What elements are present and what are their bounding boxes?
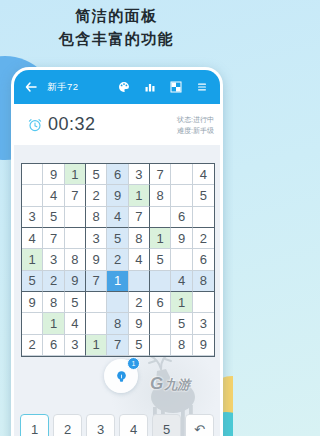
sudoku-cell-r5c3[interactable]: 8 (65, 249, 86, 270)
timer-bar: 00:32 状态:进行中 难度:新手级 (14, 104, 220, 145)
sudoku-cell-r3c5[interactable]: 4 (107, 207, 128, 228)
sudoku-cell-r3c9[interactable] (193, 207, 214, 228)
sudoku-cell-r6c9[interactable]: 8 (193, 271, 214, 292)
page-title: 简洁的面板 包含丰富的功能 (0, 4, 233, 50)
numpad-key-2[interactable]: 2 (53, 414, 82, 436)
sudoku-cell-r3c3[interactable] (65, 207, 86, 228)
numpad-key-1[interactable]: 1 (20, 414, 49, 436)
sudoku-cell-r3c1[interactable]: 3 (22, 207, 43, 228)
sudoku-cell-r9c1[interactable]: 2 (22, 335, 43, 356)
sudoku-cell-r8c5[interactable]: 8 (107, 313, 128, 334)
number-pad: 12345↶ (20, 414, 214, 436)
hint-button[interactable]: 1 (104, 359, 138, 393)
numpad-key-4[interactable]: 4 (119, 414, 148, 436)
phone-mockup: 新手72 00:32 (11, 67, 223, 436)
sudoku-cell-r2c5[interactable]: 9 (107, 185, 128, 206)
sudoku-cell-r1c2[interactable]: 9 (43, 164, 64, 185)
sudoku-cell-r4c5[interactable]: 5 (107, 228, 128, 249)
numpad-key-3[interactable]: 3 (86, 414, 115, 436)
sudoku-cell-r2c8[interactable] (171, 185, 192, 206)
sudoku-cell-r4c4[interactable]: 3 (86, 228, 107, 249)
lightbulb-icon (114, 369, 129, 384)
watermark-logo-mark: G (150, 374, 163, 393)
sudoku-cell-r8c1[interactable] (22, 313, 43, 334)
sudoku-cell-r7c2[interactable]: 8 (43, 292, 64, 313)
app-bar: 新手72 (14, 70, 220, 104)
sudoku-cell-r2c7[interactable]: 8 (150, 185, 171, 206)
sudoku-cell-r6c6[interactable] (129, 271, 150, 292)
app-screen: 新手72 00:32 (14, 70, 220, 436)
hint-count-badge: 1 (127, 357, 140, 370)
sudoku-cell-r6c1[interactable]: 5 (22, 271, 43, 292)
sudoku-cell-r5c7[interactable]: 5 (150, 249, 171, 270)
sudoku-cell-r8c9[interactable]: 3 (193, 313, 214, 334)
sudoku-cell-r6c2[interactable]: 2 (43, 271, 64, 292)
sudoku-cell-r9c2[interactable]: 6 (43, 335, 64, 356)
sudoku-cell-r7c5[interactable] (107, 292, 128, 313)
sudoku-cell-r7c7[interactable]: 6 (150, 292, 171, 313)
sudoku-cell-r7c8[interactable]: 1 (171, 292, 192, 313)
sudoku-cell-r9c6[interactable]: 5 (129, 335, 150, 356)
sudoku-cell-r5c4[interactable]: 9 (86, 249, 107, 270)
sudoku-cell-r4c8[interactable]: 9 (171, 228, 192, 249)
sudoku-cell-r7c6[interactable]: 2 (129, 292, 150, 313)
sudoku-cell-r6c8[interactable]: 4 (171, 271, 192, 292)
sudoku-cell-r5c2[interactable]: 3 (43, 249, 64, 270)
sudoku-cell-r3c6[interactable]: 7 (129, 207, 150, 228)
timer-value: 00:32 (48, 114, 96, 135)
sudoku-cell-r2c1[interactable] (22, 185, 43, 206)
back-arrow-icon[interactable] (24, 80, 38, 94)
sudoku-cell-r3c8[interactable]: 6 (171, 207, 192, 228)
stats-icon[interactable] (144, 81, 156, 93)
sudoku-cell-r2c4[interactable]: 2 (86, 185, 107, 206)
sudoku-cell-r5c8[interactable] (171, 249, 192, 270)
sudoku-cell-r3c7[interactable] (150, 207, 171, 228)
sudoku-cell-r9c7[interactable] (150, 335, 171, 356)
game-status-block: 状态:进行中 难度:新手级 (177, 114, 214, 136)
sudoku-cell-r1c5[interactable]: 6 (107, 164, 128, 185)
sudoku-cell-r6c3[interactable]: 9 (65, 271, 86, 292)
sudoku-cell-r8c2[interactable]: 1 (43, 313, 64, 334)
sudoku-cell-r4c9[interactable]: 2 (193, 228, 214, 249)
sudoku-cell-r8c3[interactable]: 4 (65, 313, 86, 334)
sudoku-cell-r8c7[interactable] (150, 313, 171, 334)
sudoku-cell-r7c9[interactable] (193, 292, 214, 313)
sudoku-cell-r5c5[interactable]: 2 (107, 249, 128, 270)
level-title: 新手72 (47, 81, 79, 94)
sudoku-cell-r4c6[interactable]: 8 (129, 228, 150, 249)
sudoku-cell-r5c9[interactable]: 6 (193, 249, 214, 270)
game-area: G九游 915637447291853584764735819213892456… (14, 145, 220, 436)
watermark-logo: G九游 (150, 374, 190, 394)
game-status: 状态:进行中 (177, 114, 214, 125)
sudoku-cell-r3c4[interactable]: 8 (86, 207, 107, 228)
sudoku-cell-r6c4[interactable]: 7 (86, 271, 107, 292)
sudoku-cell-r6c5[interactable]: 1 (107, 271, 128, 292)
sudoku-cell-r9c8[interactable]: 8 (171, 335, 192, 356)
sudoku-cell-r8c6[interactable]: 9 (129, 313, 150, 334)
sudoku-cell-r5c1[interactable]: 1 (22, 249, 43, 270)
sudoku-board: 9156374472918535847647358192138924565297… (21, 163, 215, 357)
sudoku-cell-r4c1[interactable]: 4 (22, 228, 43, 249)
sudoku-cell-r1c3[interactable]: 1 (65, 164, 86, 185)
sudoku-cell-r9c5[interactable]: 7 (107, 335, 128, 356)
sudoku-cell-r1c6[interactable]: 3 (129, 164, 150, 185)
page-title-line1: 简洁的面板 (0, 4, 233, 27)
sudoku-cell-r8c4[interactable] (86, 313, 107, 334)
alarm-clock-icon (28, 118, 42, 132)
game-difficulty: 难度:新手级 (177, 125, 214, 136)
sudoku-cell-r2c6[interactable]: 1 (129, 185, 150, 206)
sudoku-cell-r7c3[interactable]: 5 (65, 292, 86, 313)
watermark-logo-text: 九游 (164, 377, 190, 392)
sudoku-cell-r4c3[interactable] (65, 228, 86, 249)
sudoku-cell-r4c2[interactable]: 7 (43, 228, 64, 249)
sudoku-cell-r1c7[interactable]: 7 (150, 164, 171, 185)
sudoku-cell-r3c2[interactable]: 5 (43, 207, 64, 228)
sudoku-cell-r9c9[interactable]: 9 (193, 335, 214, 356)
palette-icon[interactable] (118, 81, 130, 93)
sudoku-cell-r7c4[interactable] (86, 292, 107, 313)
sudoku-cell-r2c3[interactable]: 7 (65, 185, 86, 206)
sudoku-cell-r8c8[interactable]: 5 (171, 313, 192, 334)
undo-button[interactable]: ↶ (185, 414, 214, 436)
sudoku-cell-r9c3[interactable]: 3 (65, 335, 86, 356)
page-title-line2: 包含丰富的功能 (0, 27, 233, 50)
sudoku-cell-r1c8[interactable] (171, 164, 192, 185)
menu-icon[interactable] (196, 81, 208, 93)
sudoku-cell-r1c4[interactable]: 5 (86, 164, 107, 185)
sudoku-cell-r2c2[interactable]: 4 (43, 185, 64, 206)
sudoku-cell-r1c9[interactable]: 4 (193, 164, 214, 185)
sudoku-cell-r5c6[interactable]: 4 (129, 249, 150, 270)
board-theme-icon[interactable] (170, 81, 182, 93)
sudoku-cell-r2c9[interactable]: 5 (193, 185, 214, 206)
sudoku-cell-r4c7[interactable]: 1 (150, 228, 171, 249)
sudoku-cell-r6c7[interactable] (150, 271, 171, 292)
numpad-key-5[interactable]: 5 (152, 414, 181, 436)
sudoku-cell-r7c1[interactable]: 9 (22, 292, 43, 313)
sudoku-cell-r1c1[interactable] (22, 164, 43, 185)
sudoku-cell-r9c4[interactable]: 1 (86, 335, 107, 356)
